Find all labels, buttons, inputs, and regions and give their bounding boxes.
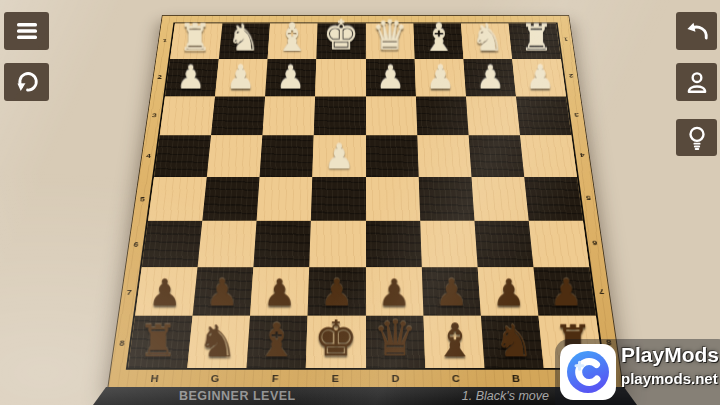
square-a1[interactable]: ♜ — [508, 24, 560, 59]
black-pawn-a7[interactable]: ♟ — [550, 275, 583, 312]
square-b6[interactable] — [474, 221, 533, 267]
square-a6[interactable] — [529, 221, 590, 267]
square-f4[interactable] — [260, 135, 314, 176]
square-e6[interactable] — [310, 221, 366, 267]
white-king-e1[interactable]: ♚ — [323, 15, 359, 56]
black-knight-b8[interactable]: ♞ — [494, 319, 534, 363]
square-d5[interactable] — [366, 177, 420, 221]
square-e1[interactable]: ♚ — [317, 24, 366, 59]
square-g3[interactable] — [211, 96, 265, 135]
square-d3[interactable] — [366, 96, 417, 135]
level-label: BEGINNER LEVEL — [179, 387, 296, 405]
restart-icon — [14, 69, 40, 95]
black-pawn-f7[interactable]: ♟ — [263, 275, 296, 312]
white-queen-d1[interactable]: ♛ — [372, 15, 408, 56]
square-g5[interactable] — [202, 177, 259, 221]
square-b7[interactable]: ♟ — [477, 267, 538, 316]
square-e3[interactable] — [314, 96, 365, 135]
white-rook-h1[interactable]: ♜ — [178, 20, 211, 56]
square-f6[interactable] — [254, 221, 312, 267]
square-c2[interactable]: ♟ — [414, 59, 465, 96]
undo-icon — [684, 18, 710, 44]
restart-button[interactable] — [4, 63, 49, 101]
white-pawn-f2[interactable]: ♟ — [276, 61, 305, 93]
file-label-h: H — [123, 370, 186, 389]
white-pawn-g2[interactable]: ♟ — [226, 61, 255, 93]
black-pawn-g7[interactable]: ♟ — [205, 275, 238, 312]
file-label-b: B — [485, 370, 547, 389]
white-bishop-f1[interactable]: ♝ — [275, 18, 309, 56]
square-f5[interactable] — [257, 177, 313, 221]
square-c4[interactable] — [417, 135, 471, 176]
square-e4[interactable]: ♟ — [313, 135, 366, 176]
square-d6[interactable] — [366, 221, 422, 267]
square-h7[interactable]: ♟ — [135, 267, 198, 316]
square-c1[interactable]: ♝ — [413, 24, 463, 59]
square-d7[interactable]: ♟ — [366, 267, 424, 316]
square-e5[interactable] — [311, 177, 365, 221]
square-f2[interactable]: ♟ — [265, 59, 316, 96]
menu-button[interactable] — [4, 12, 49, 50]
black-pawn-c7[interactable]: ♟ — [435, 275, 468, 312]
white-pawn-b2[interactable]: ♟ — [476, 61, 505, 93]
white-pawn-a2[interactable]: ♟ — [526, 61, 555, 93]
square-c8[interactable]: ♝ — [423, 316, 484, 368]
square-h5[interactable] — [148, 177, 207, 221]
square-h1[interactable]: ♜ — [170, 24, 222, 59]
file-label-e: E — [305, 370, 366, 389]
square-h2[interactable]: ♟ — [165, 59, 219, 96]
board-grid: ♜♞♝♚♛♝♞♜♟♟♟♟♟♟♟♟♟♟♟♟♟♟♟♟♜♞♝♚♛♝♞♜ — [126, 22, 605, 369]
black-pawn-b7[interactable]: ♟ — [492, 275, 525, 312]
chess-board: ♜♞♝♚♛♝♞♜♟♟♟♟♟♟♟♟♟♟♟♟♟♟♟♟♜♞♝♚♛♝♞♜ 1234567… — [107, 15, 624, 390]
square-g4[interactable] — [207, 135, 263, 176]
playmods-logo-icon — [560, 344, 616, 400]
white-pawn-d2[interactable]: ♟ — [376, 61, 405, 93]
square-d8[interactable]: ♛ — [366, 316, 425, 368]
square-e7[interactable]: ♟ — [308, 267, 366, 316]
watermark-url: playmods.net — [621, 370, 719, 387]
square-a2[interactable]: ♟ — [512, 59, 566, 96]
square-c7[interactable]: ♟ — [421, 267, 480, 316]
file-label-f: F — [244, 370, 305, 389]
file-labels: HGFEDCBA — [123, 370, 608, 389]
square-g6[interactable] — [198, 221, 257, 267]
move-status: 1. Black's move — [462, 387, 549, 405]
white-bishop-c1[interactable]: ♝ — [422, 18, 456, 56]
square-c6[interactable] — [420, 221, 478, 267]
player-button[interactable] — [676, 63, 717, 101]
black-queen-d8[interactable]: ♛ — [373, 314, 417, 363]
square-a3[interactable] — [516, 96, 571, 135]
watermark-text: PlayMods playmods.net — [621, 343, 719, 387]
square-b8[interactable]: ♞ — [481, 316, 544, 368]
file-label-d: D — [366, 370, 427, 389]
square-b5[interactable] — [471, 177, 528, 221]
file-label-c: C — [425, 370, 486, 389]
hint-button[interactable] — [676, 119, 717, 156]
black-bishop-c8[interactable]: ♝ — [434, 317, 476, 363]
square-d4[interactable] — [366, 135, 419, 176]
square-b4[interactable] — [468, 135, 524, 176]
square-d2[interactable]: ♟ — [366, 59, 416, 96]
black-king-e8[interactable]: ♚ — [314, 314, 358, 363]
white-knight-g1[interactable]: ♞ — [227, 20, 260, 56]
black-pawn-d7[interactable]: ♟ — [378, 275, 411, 312]
player-icon — [684, 69, 710, 95]
watermark-title: PlayMods — [621, 343, 719, 367]
square-b1[interactable]: ♞ — [461, 24, 512, 59]
square-g7[interactable]: ♟ — [193, 267, 254, 316]
black-pawn-h7[interactable]: ♟ — [148, 275, 181, 312]
square-e2[interactable] — [315, 59, 365, 96]
square-h3[interactable] — [160, 96, 215, 135]
square-a7[interactable]: ♟ — [533, 267, 596, 316]
playmods-watermark[interactable]: PlayMods playmods.net — [555, 337, 720, 405]
square-g8[interactable]: ♞ — [187, 316, 250, 368]
white-pawn-c2[interactable]: ♟ — [426, 61, 455, 93]
square-h4[interactable] — [154, 135, 211, 176]
square-e8[interactable]: ♚ — [306, 316, 365, 368]
square-f8[interactable]: ♝ — [247, 316, 308, 368]
square-g2[interactable]: ♟ — [215, 59, 268, 96]
file-label-g: G — [184, 370, 246, 389]
black-rook-h8[interactable]: ♜ — [138, 319, 178, 363]
square-c3[interactable] — [416, 96, 469, 135]
square-a5[interactable] — [524, 177, 583, 221]
black-pawn-e7[interactable]: ♟ — [320, 275, 353, 312]
square-b2[interactable]: ♟ — [463, 59, 516, 96]
undo-button[interactable] — [676, 12, 717, 50]
square-d1[interactable]: ♛ — [366, 24, 415, 59]
square-f1[interactable]: ♝ — [268, 24, 318, 59]
square-h6[interactable] — [142, 221, 203, 267]
square-f3[interactable] — [263, 96, 316, 135]
square-h8[interactable]: ♜ — [128, 316, 193, 368]
app-screen: ♜♞♝♚♛♝♞♜♟♟♟♟♟♟♟♟♟♟♟♟♟♟♟♟♜♞♝♚♛♝♞♜ 1234567… — [0, 0, 720, 405]
square-c5[interactable] — [418, 177, 474, 221]
square-a4[interactable] — [520, 135, 577, 176]
white-rook-a1[interactable]: ♜ — [520, 20, 553, 56]
square-f7[interactable]: ♟ — [250, 267, 309, 316]
black-bishop-f8[interactable]: ♝ — [256, 317, 298, 363]
hint-icon — [684, 125, 710, 151]
square-g1[interactable]: ♞ — [219, 24, 270, 59]
square-b3[interactable] — [466, 96, 520, 135]
black-knight-g8[interactable]: ♞ — [198, 319, 238, 363]
white-knight-b1[interactable]: ♞ — [471, 20, 504, 56]
menu-icon — [14, 19, 40, 43]
white-pawn-e4[interactable]: ♟ — [324, 139, 355, 173]
white-pawn-h2[interactable]: ♟ — [176, 61, 205, 93]
